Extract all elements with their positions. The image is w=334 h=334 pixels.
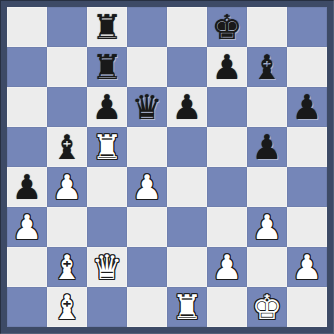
square-g2[interactable]	[247, 247, 287, 287]
square-a3[interactable]: ♟	[7, 207, 47, 247]
white-rook[interactable]: ♜	[172, 287, 202, 327]
white-pawn[interactable]: ♟	[52, 167, 82, 207]
chess-board: ♜♚♜♟♝♟♛♟♟♝♜♟♟♟♟♟♟♝♛♟♟♝♜♚	[7, 7, 327, 327]
square-a2[interactable]	[7, 247, 47, 287]
square-e4[interactable]	[167, 167, 207, 207]
square-b8[interactable]	[47, 7, 87, 47]
square-c8[interactable]: ♜	[87, 7, 127, 47]
square-b3[interactable]	[47, 207, 87, 247]
black-bishop[interactable]: ♝	[252, 47, 282, 87]
white-bishop[interactable]: ♝	[52, 247, 82, 287]
square-d8[interactable]	[127, 7, 167, 47]
square-b2[interactable]: ♝	[47, 247, 87, 287]
white-queen[interactable]: ♛	[92, 247, 122, 287]
white-pawn[interactable]: ♟	[12, 207, 42, 247]
square-h2[interactable]: ♟	[287, 247, 327, 287]
square-a7[interactable]	[7, 47, 47, 87]
white-pawn[interactable]: ♟	[132, 167, 162, 207]
white-rook[interactable]: ♜	[92, 127, 122, 167]
square-d6[interactable]: ♛	[127, 87, 167, 127]
square-a6[interactable]	[7, 87, 47, 127]
square-a1[interactable]	[7, 287, 47, 327]
square-d7[interactable]	[127, 47, 167, 87]
square-c2[interactable]: ♛	[87, 247, 127, 287]
square-d4[interactable]: ♟	[127, 167, 167, 207]
square-f2[interactable]: ♟	[207, 247, 247, 287]
square-h5[interactable]	[287, 127, 327, 167]
black-bishop[interactable]: ♝	[52, 127, 82, 167]
square-e3[interactable]	[167, 207, 207, 247]
black-pawn[interactable]: ♟	[92, 87, 122, 127]
white-pawn[interactable]: ♟	[252, 207, 282, 247]
square-b7[interactable]	[47, 47, 87, 87]
square-a4[interactable]: ♟	[7, 167, 47, 207]
square-b1[interactable]: ♝	[47, 287, 87, 327]
square-h6[interactable]: ♟	[287, 87, 327, 127]
square-c3[interactable]	[87, 207, 127, 247]
square-e6[interactable]: ♟	[167, 87, 207, 127]
square-g7[interactable]: ♝	[247, 47, 287, 87]
square-f5[interactable]	[207, 127, 247, 167]
black-rook[interactable]: ♜	[92, 7, 122, 47]
square-f6[interactable]	[207, 87, 247, 127]
black-pawn[interactable]: ♟	[212, 47, 242, 87]
square-e2[interactable]	[167, 247, 207, 287]
square-g3[interactable]: ♟	[247, 207, 287, 247]
white-pawn[interactable]: ♟	[212, 247, 242, 287]
square-b5[interactable]: ♝	[47, 127, 87, 167]
square-g1[interactable]: ♚	[247, 287, 287, 327]
square-c6[interactable]: ♟	[87, 87, 127, 127]
square-f3[interactable]	[207, 207, 247, 247]
square-c7[interactable]: ♜	[87, 47, 127, 87]
square-f4[interactable]	[207, 167, 247, 207]
black-pawn[interactable]: ♟	[252, 127, 282, 167]
square-c5[interactable]: ♜	[87, 127, 127, 167]
square-f8[interactable]: ♚	[207, 7, 247, 47]
square-d1[interactable]	[127, 287, 167, 327]
square-g8[interactable]	[247, 7, 287, 47]
black-queen[interactable]: ♛	[132, 87, 162, 127]
black-pawn[interactable]: ♟	[172, 87, 202, 127]
square-e1[interactable]: ♜	[167, 287, 207, 327]
square-b6[interactable]	[47, 87, 87, 127]
square-a8[interactable]	[7, 7, 47, 47]
square-h4[interactable]	[287, 167, 327, 207]
square-f1[interactable]	[207, 287, 247, 327]
square-c4[interactable]	[87, 167, 127, 207]
square-g6[interactable]	[247, 87, 287, 127]
chess-board-frame: ♜♚♜♟♝♟♛♟♟♝♜♟♟♟♟♟♟♝♛♟♟♝♜♚	[0, 0, 334, 334]
black-pawn[interactable]: ♟	[292, 87, 322, 127]
square-g5[interactable]: ♟	[247, 127, 287, 167]
square-e7[interactable]	[167, 47, 207, 87]
square-c1[interactable]	[87, 287, 127, 327]
square-b4[interactable]: ♟	[47, 167, 87, 207]
white-pawn[interactable]: ♟	[292, 247, 322, 287]
square-h7[interactable]	[287, 47, 327, 87]
square-d3[interactable]	[127, 207, 167, 247]
white-king[interactable]: ♚	[252, 287, 282, 327]
square-h1[interactable]	[287, 287, 327, 327]
square-e8[interactable]	[167, 7, 207, 47]
white-bishop[interactable]: ♝	[52, 287, 82, 327]
black-king[interactable]: ♚	[212, 7, 242, 47]
square-f7[interactable]: ♟	[207, 47, 247, 87]
square-g4[interactable]	[247, 167, 287, 207]
square-h8[interactable]	[287, 7, 327, 47]
square-h3[interactable]	[287, 207, 327, 247]
square-a5[interactable]	[7, 127, 47, 167]
square-d2[interactable]	[127, 247, 167, 287]
square-e5[interactable]	[167, 127, 207, 167]
black-pawn[interactable]: ♟	[12, 167, 42, 207]
square-d5[interactable]	[127, 127, 167, 167]
black-rook[interactable]: ♜	[92, 47, 122, 87]
